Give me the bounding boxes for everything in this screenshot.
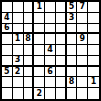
given-digit: 1 — [91, 78, 97, 86]
sudoku-cell-r1c9[interactable] — [88, 2, 99, 13]
sudoku-cell-r1c2[interactable] — [13, 2, 24, 13]
sudoku-cell-r7c3[interactable] — [24, 67, 35, 78]
sudoku-cell-r1c1[interactable] — [2, 2, 13, 13]
sudoku-cell-r1c4[interactable]: 1 — [34, 2, 45, 13]
given-digit: 3 — [15, 56, 21, 64]
given-digit: 4 — [4, 14, 10, 22]
sudoku-cell-r9c2[interactable] — [13, 88, 24, 99]
sudoku-board: 15743618943526812 — [0, 0, 101, 101]
sudoku-cell-r5c5[interactable]: 4 — [45, 45, 56, 56]
sudoku-cell-r4c6[interactable] — [56, 34, 67, 45]
given-digit: 6 — [4, 24, 10, 32]
sudoku-cell-r2c4[interactable] — [34, 13, 45, 24]
sudoku-cell-r2c5[interactable] — [45, 13, 56, 24]
sudoku-cell-r9c5[interactable] — [45, 88, 56, 99]
sudoku-cell-r4c1[interactable] — [2, 34, 13, 45]
sudoku-cell-r5c3[interactable] — [24, 45, 35, 56]
sudoku-cell-r4c2[interactable]: 1 — [13, 34, 24, 45]
sudoku-cell-r9c6[interactable] — [56, 88, 67, 99]
given-digit: 2 — [36, 90, 42, 98]
given-digit: 1 — [36, 3, 42, 11]
sudoku-cell-r9c7[interactable] — [67, 88, 78, 99]
given-digit: 5 — [4, 68, 10, 76]
sudoku-cell-r1c5[interactable] — [45, 2, 56, 13]
sudoku-cell-r9c1[interactable] — [2, 88, 13, 99]
sudoku-cell-r9c3[interactable] — [24, 88, 35, 99]
sudoku-cell-r9c9[interactable] — [88, 88, 99, 99]
sudoku-cell-r1c8[interactable]: 7 — [77, 2, 88, 13]
given-digit: 2 — [15, 68, 21, 76]
sudoku-cell-r5c9[interactable] — [88, 45, 99, 56]
sudoku-cell-r9c8[interactable] — [77, 88, 88, 99]
sudoku-cell-r6c9[interactable] — [88, 56, 99, 67]
given-digit: 3 — [69, 14, 75, 22]
sudoku-cell-r7c1[interactable]: 5 — [2, 67, 13, 78]
sudoku-cell-r7c7[interactable] — [67, 67, 78, 78]
given-digit: 9 — [80, 35, 86, 43]
sudoku-cell-r8c2[interactable] — [13, 77, 24, 88]
sudoku-cell-r3c5[interactable] — [45, 24, 56, 35]
sudoku-cell-r2c3[interactable] — [24, 13, 35, 24]
sudoku-cell-r2c1[interactable]: 4 — [2, 13, 13, 24]
sudoku-cell-r4c9[interactable] — [88, 34, 99, 45]
sudoku-cell-r7c5[interactable]: 6 — [45, 67, 56, 78]
sudoku-cell-r6c6[interactable] — [56, 56, 67, 67]
sudoku-cell-r7c8[interactable] — [77, 67, 88, 78]
sudoku-cell-r8c3[interactable] — [24, 77, 35, 88]
sudoku-cell-r7c9[interactable] — [88, 67, 99, 78]
sudoku-cell-r8c9[interactable]: 1 — [88, 77, 99, 88]
sudoku-cell-r8c8[interactable] — [77, 77, 88, 88]
sudoku-cell-r1c3[interactable] — [24, 2, 35, 13]
sudoku-cell-r3c1[interactable]: 6 — [2, 24, 13, 35]
given-digit: 5 — [69, 3, 75, 11]
sudoku-cell-r3c4[interactable] — [34, 24, 45, 35]
sudoku-cell-r1c7[interactable]: 5 — [67, 2, 78, 13]
given-digit: 8 — [69, 78, 75, 86]
sudoku-cell-r2c6[interactable] — [56, 13, 67, 24]
given-digit: 8 — [25, 35, 31, 43]
sudoku-cell-r7c2[interactable]: 2 — [13, 67, 24, 78]
sudoku-cell-r4c3[interactable]: 8 — [24, 34, 35, 45]
sudoku-cell-r3c9[interactable] — [88, 24, 99, 35]
sudoku-cell-r5c1[interactable] — [2, 45, 13, 56]
sudoku-cell-r6c1[interactable] — [2, 56, 13, 67]
sudoku-cell-r3c3[interactable] — [24, 24, 35, 35]
sudoku-cell-r8c6[interactable] — [56, 77, 67, 88]
given-digit: 6 — [47, 68, 53, 76]
sudoku-cell-r2c7[interactable]: 3 — [67, 13, 78, 24]
sudoku-cell-r7c4[interactable] — [34, 67, 45, 78]
sudoku-cell-r3c6[interactable] — [56, 24, 67, 35]
sudoku-cell-r8c1[interactable] — [2, 77, 13, 88]
sudoku-cell-r5c8[interactable] — [77, 45, 88, 56]
sudoku-cell-r1c6[interactable] — [56, 2, 67, 13]
sudoku-cell-r2c2[interactable] — [13, 13, 24, 24]
sudoku-cell-r4c5[interactable] — [45, 34, 56, 45]
sudoku-cell-r2c8[interactable] — [77, 13, 88, 24]
given-digit: 4 — [47, 46, 53, 54]
sudoku-cell-r6c2[interactable]: 3 — [13, 56, 24, 67]
sudoku-cell-r7c6[interactable] — [56, 67, 67, 78]
sudoku-cell-r6c7[interactable] — [67, 56, 78, 67]
sudoku-cell-r3c7[interactable] — [67, 24, 78, 35]
sudoku-cell-r6c8[interactable] — [77, 56, 88, 67]
sudoku-cell-r5c4[interactable] — [34, 45, 45, 56]
sudoku-cell-r8c7[interactable]: 8 — [67, 77, 78, 88]
sudoku-cell-r6c3[interactable] — [24, 56, 35, 67]
sudoku-cell-r5c6[interactable] — [56, 45, 67, 56]
sudoku-cell-r2c9[interactable] — [88, 13, 99, 24]
sudoku-cell-r5c2[interactable] — [13, 45, 24, 56]
sudoku-cell-r4c7[interactable] — [67, 34, 78, 45]
sudoku-cell-r6c4[interactable] — [34, 56, 45, 67]
sudoku-cell-r4c8[interactable]: 9 — [77, 34, 88, 45]
sudoku-cell-r3c2[interactable] — [13, 24, 24, 35]
sudoku-cell-r5c7[interactable] — [67, 45, 78, 56]
sudoku-cell-r8c5[interactable] — [45, 77, 56, 88]
given-digit: 7 — [80, 3, 86, 11]
sudoku-cell-r4c4[interactable] — [34, 34, 45, 45]
given-digit: 1 — [15, 35, 21, 43]
sudoku-cell-r3c8[interactable] — [77, 24, 88, 35]
sudoku-cell-r9c4[interactable]: 2 — [34, 88, 45, 99]
sudoku-cell-r8c4[interactable] — [34, 77, 45, 88]
sudoku-cell-r6c5[interactable] — [45, 56, 56, 67]
